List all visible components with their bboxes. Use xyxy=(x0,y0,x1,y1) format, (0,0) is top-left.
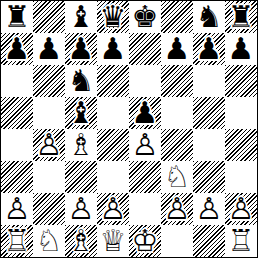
chess-board: ♜♝♛♚♞♜♟♟♟♟♟♟♟♞♝♟♟♙♝♗♟♙♞♘♟♙♟♙♟♙♟♙♟♙♟♙♜♖♞♘… xyxy=(0,0,258,258)
square-a4[interactable] xyxy=(1,129,33,161)
square-f4[interactable] xyxy=(161,129,193,161)
square-c2[interactable]: ♟♙ xyxy=(65,193,97,225)
white-knight: ♞♘ xyxy=(33,225,65,257)
black-rook: ♜ xyxy=(1,1,33,33)
square-e8[interactable]: ♚ xyxy=(129,1,161,33)
black-bishop: ♝ xyxy=(65,97,97,129)
square-b4[interactable]: ♟♙ xyxy=(33,129,65,161)
square-d5[interactable] xyxy=(97,97,129,129)
square-e5[interactable]: ♟ xyxy=(129,97,161,129)
square-h4[interactable] xyxy=(225,129,257,161)
square-h8[interactable]: ♜ xyxy=(225,1,257,33)
black-pawn: ♟ xyxy=(1,33,33,65)
square-b8[interactable] xyxy=(33,1,65,33)
white-queen: ♛♕ xyxy=(97,225,129,257)
square-d1[interactable]: ♛♕ xyxy=(97,225,129,257)
square-f7[interactable]: ♟ xyxy=(161,33,193,65)
white-king: ♚♔ xyxy=(129,225,161,257)
square-a1[interactable]: ♜♖ xyxy=(1,225,33,257)
square-f5[interactable] xyxy=(161,97,193,129)
square-c7[interactable]: ♟ xyxy=(65,33,97,65)
black-pawn: ♟ xyxy=(33,33,65,65)
black-pawn: ♟ xyxy=(193,33,225,65)
square-d6[interactable] xyxy=(97,65,129,97)
square-g2[interactable]: ♟♙ xyxy=(193,193,225,225)
square-h5[interactable] xyxy=(225,97,257,129)
square-e4[interactable]: ♟♙ xyxy=(129,129,161,161)
square-g8[interactable]: ♞ xyxy=(193,1,225,33)
black-pawn: ♟ xyxy=(225,33,257,65)
square-e3[interactable] xyxy=(129,161,161,193)
black-knight: ♞ xyxy=(65,65,97,97)
square-h6[interactable] xyxy=(225,65,257,97)
square-f2[interactable]: ♟♙ xyxy=(161,193,193,225)
square-h1[interactable]: ♜♖ xyxy=(225,225,257,257)
square-c4[interactable]: ♝♗ xyxy=(65,129,97,161)
square-a7[interactable]: ♟ xyxy=(1,33,33,65)
square-e6[interactable] xyxy=(129,65,161,97)
square-d8[interactable]: ♛ xyxy=(97,1,129,33)
white-pawn: ♟♙ xyxy=(65,193,97,225)
black-knight: ♞ xyxy=(193,1,225,33)
white-pawn: ♟♙ xyxy=(33,129,65,161)
square-b1[interactable]: ♞♘ xyxy=(33,225,65,257)
square-g1[interactable] xyxy=(193,225,225,257)
square-f6[interactable] xyxy=(161,65,193,97)
white-rook: ♜♖ xyxy=(1,225,33,257)
square-c3[interactable] xyxy=(65,161,97,193)
square-g3[interactable] xyxy=(193,161,225,193)
black-pawn: ♟ xyxy=(129,97,161,129)
square-g7[interactable]: ♟ xyxy=(193,33,225,65)
white-knight: ♞♘ xyxy=(161,161,193,193)
white-pawn: ♟♙ xyxy=(97,193,129,225)
square-c1[interactable]: ♝♗ xyxy=(65,225,97,257)
square-g6[interactable] xyxy=(193,65,225,97)
square-e7[interactable] xyxy=(129,33,161,65)
square-a6[interactable] xyxy=(1,65,33,97)
square-a3[interactable] xyxy=(1,161,33,193)
square-b3[interactable] xyxy=(33,161,65,193)
square-c5[interactable]: ♝ xyxy=(65,97,97,129)
square-b2[interactable] xyxy=(33,193,65,225)
square-h3[interactable] xyxy=(225,161,257,193)
white-pawn: ♟♙ xyxy=(193,193,225,225)
square-b7[interactable]: ♟ xyxy=(33,33,65,65)
square-g4[interactable] xyxy=(193,129,225,161)
black-bishop: ♝ xyxy=(65,1,97,33)
square-d4[interactable] xyxy=(97,129,129,161)
square-b5[interactable] xyxy=(33,97,65,129)
square-c6[interactable]: ♞ xyxy=(65,65,97,97)
square-b6[interactable] xyxy=(33,65,65,97)
white-bishop: ♝♗ xyxy=(65,129,97,161)
white-rook: ♜♖ xyxy=(225,225,257,257)
black-pawn: ♟ xyxy=(161,33,193,65)
square-e1[interactable]: ♚♔ xyxy=(129,225,161,257)
white-pawn: ♟♙ xyxy=(129,129,161,161)
white-bishop: ♝♗ xyxy=(65,225,97,257)
square-e2[interactable] xyxy=(129,193,161,225)
white-pawn: ♟♙ xyxy=(225,193,257,225)
square-h2[interactable]: ♟♙ xyxy=(225,193,257,225)
square-g5[interactable] xyxy=(193,97,225,129)
square-h7[interactable]: ♟ xyxy=(225,33,257,65)
square-a5[interactable] xyxy=(1,97,33,129)
black-king: ♚ xyxy=(129,1,161,33)
white-pawn: ♟♙ xyxy=(1,193,33,225)
white-pawn: ♟♙ xyxy=(161,193,193,225)
square-a2[interactable]: ♟♙ xyxy=(1,193,33,225)
square-f1[interactable] xyxy=(161,225,193,257)
square-d3[interactable] xyxy=(97,161,129,193)
square-a8[interactable]: ♜ xyxy=(1,1,33,33)
black-rook: ♜ xyxy=(225,1,257,33)
black-queen: ♛ xyxy=(97,1,129,33)
square-f8[interactable] xyxy=(161,1,193,33)
square-c8[interactable]: ♝ xyxy=(65,1,97,33)
square-d2[interactable]: ♟♙ xyxy=(97,193,129,225)
black-pawn: ♟ xyxy=(65,33,97,65)
square-f3[interactable]: ♞♘ xyxy=(161,161,193,193)
black-pawn: ♟ xyxy=(97,33,129,65)
square-d7[interactable]: ♟ xyxy=(97,33,129,65)
